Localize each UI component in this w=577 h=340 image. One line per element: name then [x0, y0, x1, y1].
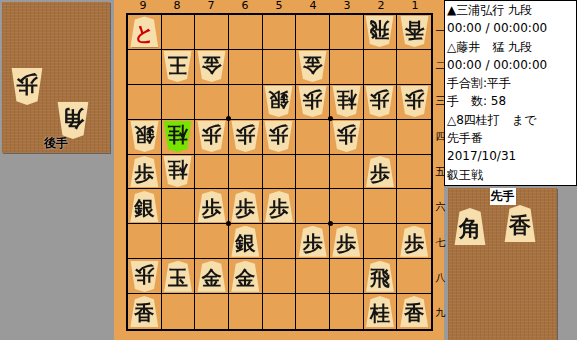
board-cell[interactable] [162, 85, 196, 120]
piece-glyph: 香 [509, 209, 531, 242]
rank-label: 六 [435, 190, 446, 225]
board-cell[interactable] [330, 189, 364, 224]
file-label: 9 [126, 0, 160, 13]
board-cell[interactable]: 歩 [128, 155, 162, 190]
board-cell[interactable]: 歩 [229, 189, 263, 224]
board-cell[interactable]: 歩 [330, 224, 364, 259]
star-point [226, 221, 231, 226]
piece-sente[interactable]: 金 [197, 261, 226, 292]
info-line: △8四桂打 まで [447, 111, 574, 129]
board-cell[interactable] [229, 50, 263, 85]
piece-sente[interactable]: 歩 [197, 191, 226, 222]
board-cell[interactable] [364, 120, 398, 155]
board-cell[interactable] [397, 120, 431, 155]
file-label: 2 [364, 0, 398, 13]
board-cell[interactable] [195, 155, 229, 190]
board-cell[interactable]: 香 [397, 15, 431, 50]
piece-glyph: 歩 [16, 68, 38, 101]
board-cell[interactable] [364, 189, 398, 224]
board-cell[interactable]: 香 [128, 294, 162, 329]
piece-glyph: 玉 [168, 264, 188, 292]
board-cell[interactable] [263, 259, 297, 294]
piece-glyph: 歩 [134, 159, 154, 187]
piece-sente[interactable]: 歩 [365, 156, 394, 187]
board-cell[interactable] [128, 224, 162, 259]
board-cell[interactable] [330, 155, 364, 190]
board-cell[interactable]: 歩 [263, 120, 297, 155]
board-cell[interactable] [330, 294, 364, 329]
info-line: 叡王戦 [447, 166, 574, 184]
board-cell[interactable] [128, 85, 162, 120]
piece-gote[interactable]: 歩 [231, 121, 260, 152]
gote-label: 後手 [44, 135, 68, 152]
piece-gote[interactable]: 桂 [332, 86, 361, 117]
piece-glyph: 歩 [235, 121, 255, 149]
piece-glyph: 歩 [235, 194, 255, 222]
piece-gote[interactable]: 香 [400, 16, 429, 47]
board-cell[interactable]: 金 [195, 259, 229, 294]
piece-sente[interactable]: 香 [130, 296, 159, 327]
rank-label: 九 [435, 296, 446, 331]
piece-glyph: 角 [459, 212, 481, 245]
board-cell[interactable] [263, 155, 297, 190]
board-cell[interactable] [330, 50, 364, 85]
piece-gote[interactable]: 歩 [264, 121, 293, 152]
board-cell[interactable] [162, 15, 196, 50]
piece-glyph: 歩 [202, 194, 222, 222]
piece-glyph: 歩 [303, 86, 323, 114]
info-line: 手合割:平手 [447, 74, 574, 92]
board-cell[interactable] [330, 15, 364, 50]
board-cell[interactable]: 飛 [364, 15, 398, 50]
piece-glyph: 桂 [168, 121, 188, 149]
board-cell[interactable] [162, 224, 196, 259]
file-label: 4 [296, 0, 330, 13]
piece-glyph: 王 [168, 51, 188, 79]
piece-gote[interactable]: 桂 [163, 156, 192, 187]
board-cell[interactable] [397, 155, 431, 190]
file-label: 7 [194, 0, 228, 13]
board-cell[interactable]: 歩 [397, 85, 431, 120]
board-cell[interactable] [397, 259, 431, 294]
piece-glyph: 香 [404, 16, 424, 44]
board-cell[interactable]: 金 [195, 50, 229, 85]
piece-gote[interactable]: 歩 [400, 86, 429, 117]
star-point [328, 221, 333, 226]
piece-sente[interactable]: 金 [231, 261, 260, 292]
board-cell[interactable]: 歩 [397, 224, 431, 259]
info-line: 先手番 [447, 129, 574, 147]
board-cell[interactable] [229, 15, 263, 50]
piece-gote[interactable]: 歩 [130, 261, 159, 292]
board-cell[interactable]: 桂 [162, 120, 196, 155]
file-coordinates: 987654321 [126, 0, 432, 13]
rank-label: 八 [435, 260, 446, 295]
board-cell[interactable] [263, 50, 297, 85]
piece-glyph: 金 [303, 51, 323, 79]
piece-glyph: 銀 [235, 229, 255, 257]
piece-sente[interactable]: 銀 [130, 191, 159, 222]
sente-captured-tray[interactable]: 先手 角香 [448, 188, 557, 340]
board-cell[interactable]: と [128, 15, 162, 50]
board-cell[interactable]: 金 [296, 50, 330, 85]
piece-glyph: 桂 [168, 156, 188, 184]
piece-sente[interactable]: 歩 [298, 226, 327, 257]
piece-sente[interactable]: 歩 [400, 226, 429, 257]
piece-sente[interactable]: と [130, 16, 159, 47]
info-line: 00:00 / 00:00:00 [447, 56, 574, 74]
board-cell[interactable] [162, 294, 196, 329]
board-cell[interactable] [364, 50, 398, 85]
piece-gote[interactable]: 角 [57, 102, 89, 139]
piece-glyph: と [134, 19, 154, 47]
piece-glyph: 金 [235, 264, 255, 292]
piece-sente[interactable]: 歩 [264, 191, 293, 222]
board-cell[interactable]: 金 [229, 259, 263, 294]
piece-glyph: 歩 [370, 159, 390, 187]
board-cell[interactable]: 桂 [162, 155, 196, 190]
info-line: 2017/10/31 [447, 147, 574, 165]
piece-gote[interactable]: 銀 [264, 86, 293, 117]
piece-glyph: 香 [404, 299, 424, 327]
piece-gote[interactable]: 金 [197, 51, 226, 82]
board-cell[interactable] [263, 15, 297, 50]
board-cell[interactable]: 王 [162, 50, 196, 85]
piece-glyph: 歩 [134, 261, 154, 289]
file-label: 6 [228, 0, 262, 13]
info-line: 手 数: 58 [447, 92, 574, 110]
board-cell[interactable]: 歩 [296, 85, 330, 120]
piece-glyph: 角 [62, 102, 84, 135]
piece-sente[interactable]: 歩 [231, 191, 260, 222]
board-grid: と飛香王金金銀歩桂歩歩銀桂歩歩歩歩歩桂歩銀歩歩歩銀歩歩歩歩玉金金飛香桂香 [126, 13, 433, 331]
piece-glyph: 銀 [269, 86, 289, 114]
piece-glyph: 歩 [370, 86, 390, 114]
board-cell[interactable] [162, 189, 196, 224]
board-cell[interactable]: 銀 [263, 85, 297, 120]
piece-sente[interactable]: 香 [400, 296, 429, 327]
file-label: 8 [160, 0, 194, 13]
board-cell[interactable]: 銀 [128, 189, 162, 224]
piece-glyph: 歩 [404, 229, 424, 257]
info-line: △藤井 猛 九段 [447, 38, 574, 56]
board-cell[interactable]: 桂 [330, 85, 364, 120]
piece-gote[interactable]: 歩 [11, 68, 43, 105]
piece-sente[interactable]: 銀 [231, 226, 260, 257]
board-cell[interactable]: 玉 [162, 259, 196, 294]
piece-sente[interactable]: 飛 [365, 261, 394, 292]
piece-glyph: 金 [202, 51, 222, 79]
piece-glyph: 歩 [336, 121, 356, 149]
board-cell[interactable] [364, 224, 398, 259]
piece-glyph: 歩 [202, 121, 222, 149]
piece-glyph: 飛 [370, 264, 390, 292]
piece-glyph: 歩 [269, 121, 289, 149]
board-cell[interactable] [296, 189, 330, 224]
board-cell[interactable] [195, 224, 229, 259]
board-cell[interactable]: 歩 [128, 259, 162, 294]
board-cell[interactable]: 歩 [195, 189, 229, 224]
board-cell[interactable] [330, 259, 364, 294]
shogi-app-window: 後手 歩角 987654321 と飛香王金金銀歩桂歩歩銀桂歩歩歩歩歩桂歩銀歩歩歩… [0, 0, 577, 340]
board-cell[interactable]: 歩 [195, 120, 229, 155]
piece-gote[interactable]: 銀 [130, 121, 159, 152]
board-cell[interactable] [128, 50, 162, 85]
board-cell[interactable] [296, 259, 330, 294]
shogi-board: 987654321 と飛香王金金銀歩桂歩歩銀桂歩歩歩歩歩桂歩銀歩歩歩銀歩歩歩歩玉… [114, 0, 444, 340]
piece-glyph: 香 [134, 299, 154, 327]
piece-gote[interactable]: 王 [163, 51, 192, 82]
piece-glyph: 金 [202, 264, 222, 292]
board-cell[interactable]: 歩 [364, 85, 398, 120]
board-cell[interactable]: 歩 [330, 120, 364, 155]
board-cell[interactable] [263, 224, 297, 259]
board-cell[interactable] [195, 15, 229, 50]
piece-glyph: 銀 [134, 121, 154, 149]
piece-glyph: 歩 [336, 229, 356, 257]
board-cell[interactable] [296, 120, 330, 155]
board-cell[interactable] [263, 294, 297, 329]
piece-gote[interactable]: 金 [298, 51, 327, 82]
piece-sente[interactable]: 香 [504, 205, 536, 242]
piece-glyph: 歩 [269, 194, 289, 222]
gote-captured-tray[interactable]: 後手 歩角 [2, 2, 110, 153]
piece-gote[interactable]: 歩 [332, 121, 361, 152]
piece-glyph: 銀 [134, 194, 154, 222]
board-cell[interactable]: 歩 [296, 224, 330, 259]
piece-glyph: 桂 [336, 86, 356, 114]
file-label: 1 [398, 0, 432, 13]
board-cell[interactable] [229, 155, 263, 190]
board-cell[interactable]: 飛 [364, 259, 398, 294]
info-line: ▲三浦弘行 九段 [447, 1, 574, 19]
sente-label: 先手 [490, 188, 516, 205]
star-point [328, 116, 333, 121]
piece-gote[interactable]: 桂 [163, 121, 192, 152]
piece-glyph: 歩 [303, 229, 323, 257]
info-line: 00:00 / 00:00:00 [447, 19, 574, 37]
board-cell[interactable]: 桂 [364, 294, 398, 329]
board-cell[interactable] [229, 85, 263, 120]
piece-gote[interactable]: 歩 [197, 121, 226, 152]
rank-label: 七 [435, 225, 446, 260]
piece-sente[interactable]: 玉 [163, 261, 192, 292]
board-cell[interactable] [296, 155, 330, 190]
piece-glyph: 飛 [370, 16, 390, 44]
board-cell[interactable] [195, 85, 229, 120]
piece-sente[interactable]: 歩 [332, 226, 361, 257]
board-cell[interactable] [397, 189, 431, 224]
board-cell[interactable] [229, 294, 263, 329]
piece-glyph: 歩 [404, 86, 424, 114]
board-cell[interactable]: 歩 [364, 155, 398, 190]
board-cell[interactable] [296, 15, 330, 50]
piece-gote[interactable]: 歩 [365, 86, 394, 117]
board-cell[interactable]: 銀 [229, 224, 263, 259]
file-label: 3 [330, 0, 364, 13]
board-cell[interactable]: 銀 [128, 120, 162, 155]
info-panel: ▲三浦弘行 九段00:00 / 00:00:00△藤井 猛 九段00:00 / … [444, 0, 577, 186]
board-cell[interactable]: 歩 [263, 189, 297, 224]
piece-sente[interactable]: 桂 [365, 296, 394, 327]
piece-sente[interactable]: 角 [454, 208, 486, 245]
piece-glyph: 桂 [370, 299, 390, 327]
board-cell[interactable]: 歩 [229, 120, 263, 155]
board-cell[interactable]: 香 [397, 294, 431, 329]
star-point [226, 116, 231, 121]
piece-gote[interactable]: 歩 [298, 86, 327, 117]
file-label: 5 [262, 0, 296, 13]
board-cell[interactable] [296, 294, 330, 329]
piece-gote[interactable]: 飛 [365, 16, 394, 47]
piece-sente[interactable]: 歩 [130, 156, 159, 187]
board-cell[interactable] [397, 50, 431, 85]
board-cell[interactable] [195, 294, 229, 329]
